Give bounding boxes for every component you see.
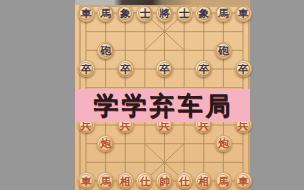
board-intersection: 士 <box>174 4 194 23</box>
piece-red[interactable]: 馬 <box>97 172 114 189</box>
piece-red[interactable]: 相 <box>195 172 212 189</box>
board-intersection: 車 <box>233 4 253 23</box>
board-intersection: 仕 <box>135 172 155 190</box>
piece-black[interactable]: 卒 <box>235 60 252 77</box>
board-intersection: 炮 <box>96 134 116 153</box>
board-intersection <box>214 153 234 172</box>
piece-black[interactable]: 砲 <box>215 42 232 59</box>
board-intersection: 仕 <box>174 172 194 190</box>
piece-red[interactable]: 仕 <box>176 172 193 189</box>
board-intersection: 砲 <box>214 41 234 60</box>
caption-banner: 学学弃车局 <box>75 89 250 122</box>
board-intersection: 帥 <box>155 172 175 190</box>
board-intersection <box>135 22 155 41</box>
board-intersection <box>135 41 155 60</box>
piece-black[interactable]: 卒 <box>117 60 134 77</box>
board-intersection <box>76 134 96 153</box>
board-intersection <box>214 22 234 41</box>
video-frame: 車馬象士將士象馬車砲砲卒卒卒卒卒兵兵兵兵兵炮炮車馬相仕帥仕相馬車 学学弃车局 <box>0 0 304 190</box>
board-intersection: 馬 <box>96 4 116 23</box>
piece-red[interactable]: 車 <box>235 172 252 189</box>
board-intersection: 卒 <box>194 60 214 79</box>
piece-black[interactable]: 象 <box>195 5 212 22</box>
piece-black[interactable]: 卒 <box>156 60 173 77</box>
board-intersection <box>96 153 116 172</box>
piece-black[interactable]: 馬 <box>215 5 232 22</box>
top-edge-artifact <box>75 0 250 5</box>
caption-text: 学学弃车局 <box>94 89 234 122</box>
board-intersection <box>174 22 194 41</box>
piece-black[interactable]: 將 <box>156 5 173 22</box>
piece-red[interactable]: 炮 <box>97 135 114 152</box>
board-intersection: 馬 <box>96 172 116 190</box>
right-gray-bar <box>250 0 304 190</box>
xiangqi-board: 車馬象士將士象馬車砲砲卒卒卒卒卒兵兵兵兵兵炮炮車馬相仕帥仕相馬車 学学弃车局 <box>75 0 250 190</box>
piece-red[interactable]: 相 <box>117 172 134 189</box>
board-intersection: 炮 <box>214 134 234 153</box>
board-intersection <box>115 41 135 60</box>
board-intersection: 象 <box>115 4 135 23</box>
board-intersection <box>76 22 96 41</box>
piece-black[interactable]: 砲 <box>97 42 114 59</box>
piece-black[interactable]: 卒 <box>78 60 95 77</box>
board-intersection <box>96 22 116 41</box>
board-intersection <box>194 153 214 172</box>
piece-black[interactable]: 車 <box>78 5 95 22</box>
board-intersection <box>155 22 175 41</box>
board-intersection <box>194 41 214 60</box>
board-intersection <box>174 41 194 60</box>
left-gray-bar <box>0 0 75 190</box>
board-intersection <box>155 153 175 172</box>
piece-black[interactable]: 士 <box>176 5 193 22</box>
board-intersection <box>76 41 96 60</box>
board-intersection: 相 <box>115 172 135 190</box>
board-intersection: 士 <box>135 4 155 23</box>
board-intersection <box>194 134 214 153</box>
board-intersection <box>214 60 234 79</box>
piece-red[interactable]: 炮 <box>215 135 232 152</box>
piece-red[interactable]: 馬 <box>215 172 232 189</box>
board-intersection: 卒 <box>115 60 135 79</box>
piece-black[interactable]: 士 <box>136 5 153 22</box>
board-intersection <box>115 134 135 153</box>
board-intersection <box>233 41 253 60</box>
board-intersection: 將 <box>155 4 175 23</box>
board-intersection: 馬 <box>214 172 234 190</box>
board-intersection: 馬 <box>214 4 234 23</box>
board-intersection: 相 <box>194 172 214 190</box>
board-intersection <box>155 41 175 60</box>
board-intersection <box>233 153 253 172</box>
board-intersection: 車 <box>233 172 253 190</box>
board-intersection <box>174 60 194 79</box>
board-intersection <box>135 153 155 172</box>
board-intersection: 卒 <box>233 60 253 79</box>
board-intersection: 車 <box>76 172 96 190</box>
board-intersection: 卒 <box>76 60 96 79</box>
board-intersection <box>135 60 155 79</box>
board-intersection <box>174 153 194 172</box>
board-intersection <box>135 134 155 153</box>
board-intersection <box>96 60 116 79</box>
piece-red[interactable]: 帥 <box>156 172 173 189</box>
board-intersection: 砲 <box>96 41 116 60</box>
board-intersection: 象 <box>194 4 214 23</box>
piece-red[interactable]: 車 <box>78 172 95 189</box>
board-intersection <box>174 134 194 153</box>
piece-black[interactable]: 卒 <box>195 60 212 77</box>
piece-black[interactable]: 象 <box>117 5 134 22</box>
piece-black[interactable]: 車 <box>235 5 252 22</box>
board-intersection <box>115 22 135 41</box>
board-intersection: 車 <box>76 4 96 23</box>
board-intersection <box>76 153 96 172</box>
board-intersection <box>233 22 253 41</box>
piece-black[interactable]: 馬 <box>97 5 114 22</box>
board-intersection <box>115 153 135 172</box>
piece-red[interactable]: 仕 <box>136 172 153 189</box>
board-intersection <box>194 22 214 41</box>
board-intersection <box>155 134 175 153</box>
board-intersection <box>233 134 253 153</box>
board-intersection: 卒 <box>155 60 175 79</box>
